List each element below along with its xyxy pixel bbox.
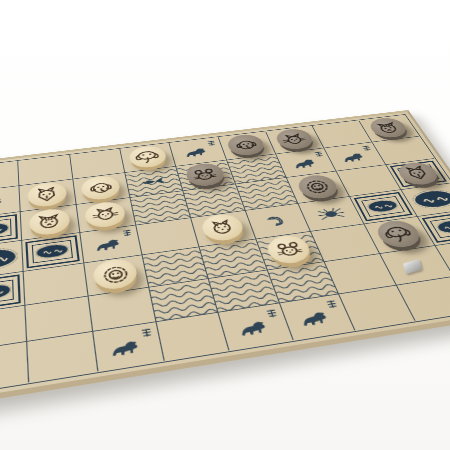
cat-face-icon [89,203,123,226]
piece-tan-tiger[interactable] [29,207,71,237]
jungle-board [0,110,450,407]
wolf-face-icon [399,163,437,183]
rat-face-icon [188,165,222,185]
cell-1-6[interactable] [28,332,98,382]
wolf-face-icon [32,184,63,205]
piece-tan-lion[interactable] [92,257,139,291]
piece-tan-elephant[interactable] [127,145,168,170]
board-perspective-wrap [0,110,450,407]
tiger-face-icon [371,119,406,136]
cell-3-6[interactable] [157,313,230,361]
den-label-oval [0,246,18,273]
print-name-character [264,308,279,318]
board-grid [0,115,450,393]
photo-scene [0,0,450,450]
cell-0-6[interactable] [0,342,30,394]
board-print-shrimp [260,212,294,229]
board-print-leopard [94,235,127,253]
elephant-face-icon [378,222,419,246]
piece-tan-wolf[interactable] [27,181,68,209]
dog-face-icon [85,177,117,198]
lion-face-icon [299,176,335,197]
piece-grey-cat[interactable] [273,128,316,151]
board-print-cat [183,145,213,159]
trap-text-icon [40,246,64,257]
piece-grey-elephant[interactable] [373,219,426,250]
print-name-character [206,140,217,147]
leopard-face-icon [204,216,241,240]
den-label-oval [408,188,450,211]
print-name-character [121,229,133,237]
print-name-character [325,299,340,309]
piece-grey-dog[interactable] [225,133,267,157]
board-print-rat [236,315,275,337]
board-print-lion [0,194,7,210]
board-print-cat [297,306,336,328]
board-print-dog [109,335,147,358]
piece-grey-lion[interactable] [294,173,341,200]
board-print-crab [314,205,348,221]
elephant-face-icon [132,147,164,166]
print-name-character [312,151,324,158]
lion-face-icon [97,261,134,288]
board-print-tiger [339,149,371,163]
print-name-character [360,145,373,152]
board-print-wolf [290,155,322,169]
den-text-icon [417,192,450,206]
den-text-icon [0,251,10,268]
piece-tan-leopard[interactable] [199,213,246,243]
print-name-character [140,327,154,338]
dog-face-icon [230,136,263,154]
piece-tan-dog[interactable] [80,174,122,201]
cat-face-icon [278,130,311,148]
trap-text-icon [440,222,450,232]
rat-face-icon [269,237,308,262]
piece-tan-cat[interactable] [84,200,127,229]
tiger-face-icon [33,210,66,233]
piece-grey-tiger[interactable] [366,117,411,140]
cell-2-6[interactable] [93,322,165,371]
trap-text-icon [371,201,396,211]
